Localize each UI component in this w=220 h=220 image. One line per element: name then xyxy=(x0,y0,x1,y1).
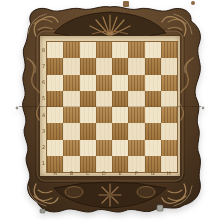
square-c6[interactable] xyxy=(80,75,96,91)
square-c4[interactable] xyxy=(80,107,96,123)
square-d3[interactable] xyxy=(96,123,112,139)
square-g6[interactable] xyxy=(145,75,161,91)
square-d4[interactable] xyxy=(96,107,112,123)
file-label: F xyxy=(128,170,144,176)
square-b7[interactable] xyxy=(63,58,79,74)
square-c8[interactable] xyxy=(80,42,96,58)
square-h5[interactable] xyxy=(161,91,177,107)
rank-label: 5 xyxy=(40,91,47,107)
square-a5[interactable] xyxy=(47,91,63,107)
rank-label: 8 xyxy=(40,42,47,58)
rank-label: 2 xyxy=(40,140,47,156)
file-label: D xyxy=(96,170,112,176)
square-f5[interactable] xyxy=(128,91,144,107)
file-label: C xyxy=(80,170,96,176)
rank-labels: 87654321 xyxy=(40,42,47,172)
square-b5[interactable] xyxy=(63,91,79,107)
square-h2[interactable] xyxy=(161,140,177,156)
square-d6[interactable] xyxy=(96,75,112,91)
square-g8[interactable] xyxy=(145,42,161,58)
square-d5[interactable] xyxy=(96,91,112,107)
square-c3[interactable] xyxy=(80,123,96,139)
square-e3[interactable] xyxy=(112,123,128,139)
square-f8[interactable] xyxy=(128,42,144,58)
fold-seam xyxy=(19,106,201,107)
square-b3[interactable] xyxy=(63,123,79,139)
square-c5[interactable] xyxy=(80,91,96,107)
square-h3[interactable] xyxy=(161,123,177,139)
rank-label: 7 xyxy=(40,58,47,74)
square-b4[interactable] xyxy=(63,107,79,123)
photo-background: 87654321 ABCDEFGH xyxy=(0,0,220,220)
square-a4[interactable] xyxy=(47,107,63,123)
square-f7[interactable] xyxy=(128,58,144,74)
square-f6[interactable] xyxy=(128,75,144,91)
square-g4[interactable] xyxy=(145,107,161,123)
square-b6[interactable] xyxy=(63,75,79,91)
file-label: B xyxy=(63,170,79,176)
square-b8[interactable] xyxy=(63,42,79,58)
file-labels: ABCDEFGH xyxy=(47,170,177,176)
square-e5[interactable] xyxy=(112,91,128,107)
wooden-tabs xyxy=(123,1,195,7)
file-label: A xyxy=(47,170,63,176)
square-a8[interactable] xyxy=(47,42,63,58)
rank-label: 4 xyxy=(40,107,47,123)
chess-grid[interactable] xyxy=(47,42,177,172)
square-a7[interactable] xyxy=(47,58,63,74)
square-h8[interactable] xyxy=(161,42,177,58)
file-label: H xyxy=(161,170,177,176)
square-e8[interactable] xyxy=(112,42,128,58)
square-a6[interactable] xyxy=(47,75,63,91)
square-d2[interactable] xyxy=(96,140,112,156)
square-g2[interactable] xyxy=(145,140,161,156)
square-c2[interactable] xyxy=(80,140,96,156)
square-g7[interactable] xyxy=(145,58,161,74)
square-c7[interactable] xyxy=(80,58,96,74)
square-h4[interactable] xyxy=(161,107,177,123)
square-f3[interactable] xyxy=(128,123,144,139)
square-e6[interactable] xyxy=(112,75,128,91)
rank-label: 1 xyxy=(40,156,47,172)
square-f4[interactable] xyxy=(128,107,144,123)
square-h6[interactable] xyxy=(161,75,177,91)
square-e7[interactable] xyxy=(112,58,128,74)
square-h7[interactable] xyxy=(161,58,177,74)
file-label: E xyxy=(112,170,128,176)
file-label: G xyxy=(145,170,161,176)
square-g5[interactable] xyxy=(145,91,161,107)
square-g3[interactable] xyxy=(145,123,161,139)
rank-label: 3 xyxy=(40,123,47,139)
square-a3[interactable] xyxy=(47,123,63,139)
rank-label: 6 xyxy=(40,75,47,91)
chess-board-case: 87654321 ABCDEFGH xyxy=(0,0,220,220)
square-e2[interactable] xyxy=(112,140,128,156)
square-f2[interactable] xyxy=(128,140,144,156)
square-d8[interactable] xyxy=(96,42,112,58)
square-b2[interactable] xyxy=(63,140,79,156)
square-a2[interactable] xyxy=(47,140,63,156)
square-d7[interactable] xyxy=(96,58,112,74)
square-e4[interactable] xyxy=(112,107,128,123)
